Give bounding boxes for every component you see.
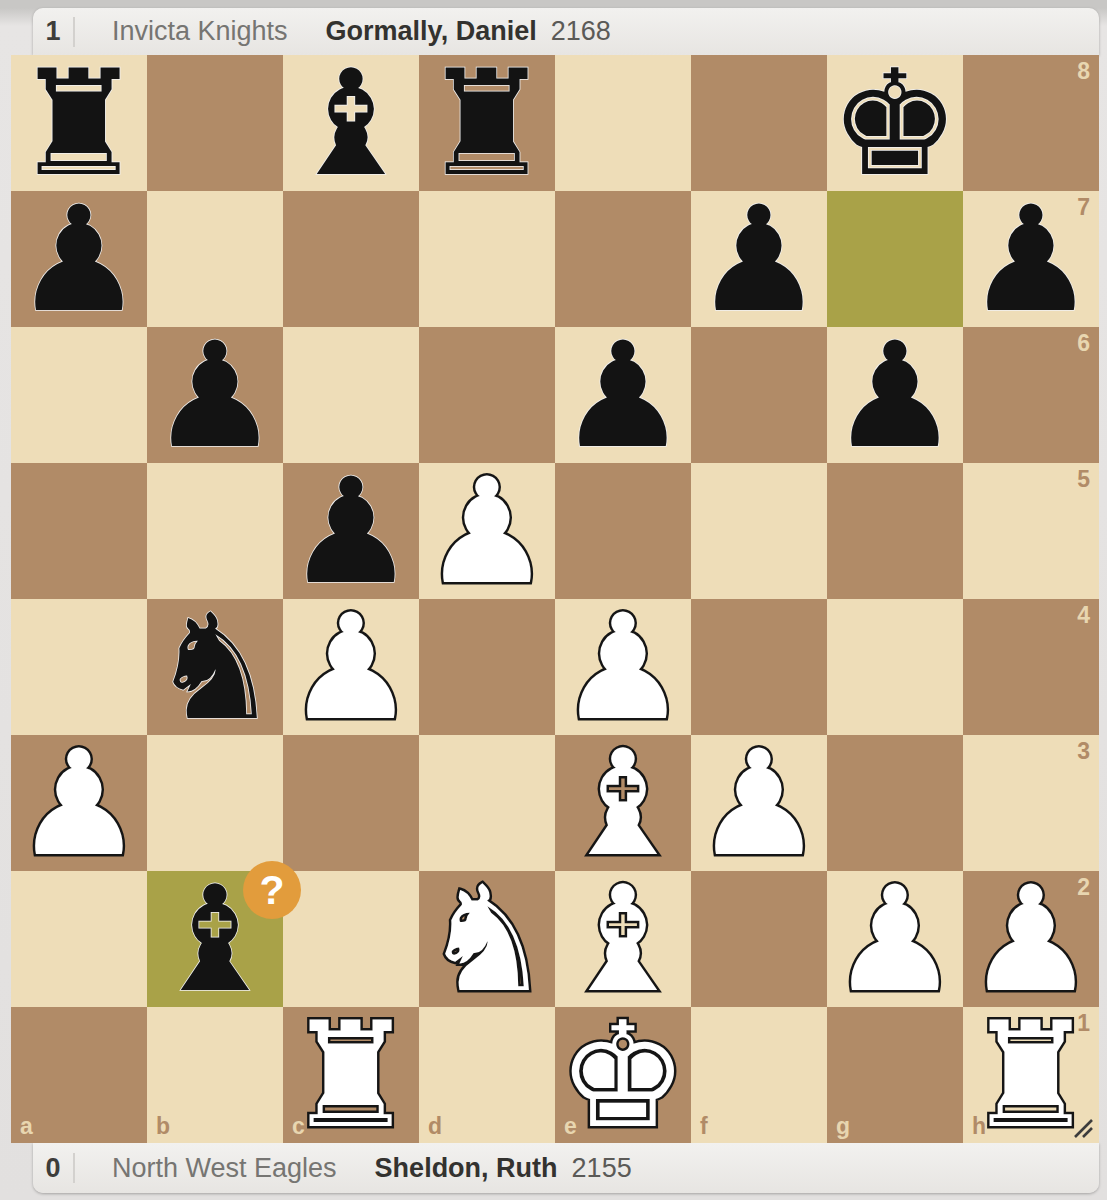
square-g5[interactable] bbox=[827, 463, 963, 599]
square-e1[interactable]: ♚e bbox=[555, 1007, 691, 1143]
black-pawn: ♟ bbox=[827, 327, 963, 463]
square-c1[interactable]: ♜c bbox=[283, 1007, 419, 1143]
square-g1[interactable]: g bbox=[827, 1007, 963, 1143]
file-label-c: c bbox=[292, 1115, 305, 1138]
square-f7[interactable]: ♟ bbox=[691, 191, 827, 327]
white-bishop: ♝ bbox=[555, 871, 691, 1007]
white-pawn: ♟ bbox=[963, 871, 1099, 1007]
square-h5[interactable]: 5 bbox=[963, 463, 1099, 599]
file-label-f: f bbox=[700, 1115, 708, 1138]
rank-label-1: 1 bbox=[1077, 1012, 1090, 1035]
bottom-player-rating: 2155 bbox=[572, 1153, 632, 1184]
square-c6[interactable] bbox=[283, 327, 419, 463]
bottom-player-bar: 0 North West Eagles Sheldon, Ruth 2155 bbox=[0, 1143, 1107, 1200]
top-player-team: Invicta Knights bbox=[112, 16, 288, 47]
mistake-annotation-badge: ? bbox=[243, 861, 301, 919]
square-c7[interactable] bbox=[283, 191, 419, 327]
square-a2[interactable] bbox=[11, 871, 147, 1007]
square-g8[interactable]: ♚ bbox=[827, 55, 963, 191]
rank-label-6: 6 bbox=[1077, 332, 1090, 355]
square-b1[interactable]: b bbox=[147, 1007, 283, 1143]
bottom-player-panel: 0 North West Eagles Sheldon, Ruth 2155 bbox=[33, 1143, 1099, 1193]
black-pawn: ♟ bbox=[691, 191, 827, 327]
square-d5[interactable]: ♟ bbox=[419, 463, 555, 599]
square-d3[interactable] bbox=[419, 735, 555, 871]
square-c3[interactable] bbox=[283, 735, 419, 871]
board-resize-handle[interactable] bbox=[1072, 1118, 1096, 1140]
file-label-d: d bbox=[428, 1115, 442, 1138]
file-label-g: g bbox=[836, 1115, 850, 1138]
square-e6[interactable]: ♟ bbox=[555, 327, 691, 463]
square-a7[interactable]: ♟ bbox=[11, 191, 147, 327]
square-h3[interactable]: 3 bbox=[963, 735, 1099, 871]
chess-board[interactable]: ♜♝♜♚8♟♟♟7♟♟♟6♟♟5♞♟♟4♟♝♟3♝?♞♝♟♟2ab♜cd♚efg… bbox=[11, 55, 1099, 1143]
square-e2[interactable]: ♝ bbox=[555, 871, 691, 1007]
square-d8[interactable]: ♜ bbox=[419, 55, 555, 191]
square-c4[interactable]: ♟ bbox=[283, 599, 419, 735]
rank-label-5: 5 bbox=[1077, 468, 1090, 491]
black-rook: ♜ bbox=[11, 55, 147, 191]
white-pawn: ♟ bbox=[827, 871, 963, 1007]
square-d6[interactable] bbox=[419, 327, 555, 463]
bottom-player-score: 0 bbox=[33, 1153, 73, 1184]
square-b3[interactable] bbox=[147, 735, 283, 871]
white-pawn: ♟ bbox=[11, 735, 147, 871]
square-h6[interactable]: 6 bbox=[963, 327, 1099, 463]
square-e3[interactable]: ♝ bbox=[555, 735, 691, 871]
black-pawn: ♟ bbox=[11, 191, 147, 327]
square-h7[interactable]: ♟7 bbox=[963, 191, 1099, 327]
black-bishop: ♝ bbox=[283, 55, 419, 191]
black-rook: ♜ bbox=[419, 55, 555, 191]
bottom-bar-divider bbox=[73, 1153, 75, 1183]
square-b4[interactable]: ♞ bbox=[147, 599, 283, 735]
square-g7[interactable] bbox=[827, 191, 963, 327]
top-bar-divider bbox=[73, 17, 75, 47]
square-c2[interactable] bbox=[283, 871, 419, 1007]
square-h4[interactable]: 4 bbox=[963, 599, 1099, 735]
square-d1[interactable]: d bbox=[419, 1007, 555, 1143]
rank-label-7: 7 bbox=[1077, 196, 1090, 219]
square-e5[interactable] bbox=[555, 463, 691, 599]
square-b2[interactable]: ♝? bbox=[147, 871, 283, 1007]
square-f3[interactable]: ♟ bbox=[691, 735, 827, 871]
rank-label-8: 8 bbox=[1077, 60, 1090, 83]
square-b7[interactable] bbox=[147, 191, 283, 327]
square-d2[interactable]: ♞ bbox=[419, 871, 555, 1007]
square-a4[interactable] bbox=[11, 599, 147, 735]
black-pawn: ♟ bbox=[147, 327, 283, 463]
square-g2[interactable]: ♟ bbox=[827, 871, 963, 1007]
file-label-a: a bbox=[20, 1115, 33, 1138]
square-e7[interactable] bbox=[555, 191, 691, 327]
square-g4[interactable] bbox=[827, 599, 963, 735]
square-g6[interactable]: ♟ bbox=[827, 327, 963, 463]
square-f4[interactable] bbox=[691, 599, 827, 735]
square-f8[interactable] bbox=[691, 55, 827, 191]
black-pawn: ♟ bbox=[555, 327, 691, 463]
top-player-panel: 1 Invicta Knights Gormally, Daniel 2168 bbox=[33, 8, 1099, 55]
square-b8[interactable] bbox=[147, 55, 283, 191]
square-a8[interactable]: ♜ bbox=[11, 55, 147, 191]
square-b5[interactable] bbox=[147, 463, 283, 599]
file-label-h: h bbox=[972, 1115, 986, 1138]
black-knight: ♞ bbox=[147, 599, 283, 735]
square-c5[interactable]: ♟ bbox=[283, 463, 419, 599]
square-c8[interactable]: ♝ bbox=[283, 55, 419, 191]
square-f2[interactable] bbox=[691, 871, 827, 1007]
black-pawn: ♟ bbox=[963, 191, 1099, 327]
white-knight: ♞ bbox=[419, 871, 555, 1007]
white-rook: ♜ bbox=[283, 1007, 419, 1143]
square-f6[interactable] bbox=[691, 327, 827, 463]
square-f5[interactable] bbox=[691, 463, 827, 599]
square-g3[interactable] bbox=[827, 735, 963, 871]
square-b6[interactable]: ♟ bbox=[147, 327, 283, 463]
square-h2[interactable]: ♟2 bbox=[963, 871, 1099, 1007]
square-a5[interactable] bbox=[11, 463, 147, 599]
square-a1[interactable]: a bbox=[11, 1007, 147, 1143]
white-pawn: ♟ bbox=[419, 463, 555, 599]
square-h8[interactable]: 8 bbox=[963, 55, 1099, 191]
square-a6[interactable] bbox=[11, 327, 147, 463]
white-bishop: ♝ bbox=[555, 735, 691, 871]
bottom-player-team: North West Eagles bbox=[112, 1153, 337, 1184]
file-label-e: e bbox=[564, 1115, 577, 1138]
rank-label-2: 2 bbox=[1077, 876, 1090, 899]
top-player-name: Gormally, Daniel bbox=[326, 16, 537, 47]
top-player-rating: 2168 bbox=[551, 16, 611, 47]
square-e8[interactable] bbox=[555, 55, 691, 191]
top-player-score: 1 bbox=[33, 16, 73, 47]
rank-label-4: 4 bbox=[1077, 604, 1090, 627]
square-d7[interactable] bbox=[419, 191, 555, 327]
rank-label-3: 3 bbox=[1077, 740, 1090, 763]
white-pawn: ♟ bbox=[555, 599, 691, 735]
white-king: ♚ bbox=[555, 1007, 691, 1143]
square-f1[interactable]: f bbox=[691, 1007, 827, 1143]
square-e4[interactable]: ♟ bbox=[555, 599, 691, 735]
square-d4[interactable] bbox=[419, 599, 555, 735]
white-pawn: ♟ bbox=[691, 735, 827, 871]
black-king: ♚ bbox=[827, 55, 963, 191]
file-label-b: b bbox=[156, 1115, 170, 1138]
white-pawn: ♟ bbox=[283, 599, 419, 735]
top-player-bar: 1 Invicta Knights Gormally, Daniel 2168 bbox=[0, 0, 1107, 55]
square-a3[interactable]: ♟ bbox=[11, 735, 147, 871]
black-pawn: ♟ bbox=[283, 463, 419, 599]
bottom-player-name: Sheldon, Ruth bbox=[375, 1153, 558, 1184]
